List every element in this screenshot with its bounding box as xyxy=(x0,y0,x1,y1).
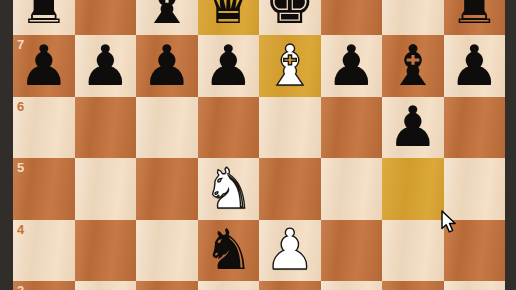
piece-black-queen[interactable]: ♛ xyxy=(198,0,260,35)
square-g3[interactable] xyxy=(382,281,444,290)
square-a7[interactable]: 7♟ xyxy=(13,35,75,97)
square-f3[interactable] xyxy=(321,281,383,290)
piece-black-rook[interactable]: ♜ xyxy=(444,0,506,35)
square-a5[interactable]: 5 xyxy=(13,158,75,220)
square-c3[interactable] xyxy=(136,281,198,290)
piece-black-rook[interactable]: ♜ xyxy=(13,0,75,35)
square-a6[interactable]: 6 xyxy=(13,97,75,159)
square-g6[interactable]: ♟ xyxy=(382,97,444,159)
square-e8[interactable]: ♚ xyxy=(259,0,321,35)
square-d8[interactable]: ♛ xyxy=(198,0,260,35)
square-b8[interactable] xyxy=(75,0,137,35)
rank-label-5: 5 xyxy=(17,160,24,175)
piece-black-knight[interactable]: ♞ xyxy=(198,220,260,282)
piece-black-pawn[interactable]: ♟ xyxy=(136,35,198,97)
square-g5[interactable] xyxy=(382,158,444,220)
square-f7[interactable]: ♟ xyxy=(321,35,383,97)
square-h7[interactable]: ♟ xyxy=(444,35,506,97)
square-f8[interactable] xyxy=(321,0,383,35)
piece-white-pawn[interactable]: ♟ xyxy=(259,220,321,282)
square-e6[interactable] xyxy=(259,97,321,159)
square-h4[interactable] xyxy=(444,220,506,282)
piece-black-pawn[interactable]: ♟ xyxy=(13,35,75,97)
piece-black-bishop[interactable]: ♝ xyxy=(136,0,198,35)
square-d4[interactable]: ♞ xyxy=(198,220,260,282)
square-g4[interactable] xyxy=(382,220,444,282)
square-c5[interactable] xyxy=(136,158,198,220)
piece-black-pawn[interactable]: ♟ xyxy=(198,35,260,97)
rank-label-6: 6 xyxy=(17,99,24,114)
square-d6[interactable] xyxy=(198,97,260,159)
rank-label-7: 7 xyxy=(17,37,24,52)
square-d7[interactable]: ♟ xyxy=(198,35,260,97)
square-b3[interactable] xyxy=(75,281,137,290)
square-e5[interactable] xyxy=(259,158,321,220)
square-f6[interactable] xyxy=(321,97,383,159)
square-a3[interactable]: 3 xyxy=(13,281,75,290)
square-c6[interactable] xyxy=(136,97,198,159)
square-a4[interactable]: 4 xyxy=(13,220,75,282)
square-d3[interactable] xyxy=(198,281,260,290)
square-e4[interactable]: ♟ xyxy=(259,220,321,282)
square-f4[interactable] xyxy=(321,220,383,282)
piece-black-pawn[interactable]: ♟ xyxy=(75,35,137,97)
square-h8[interactable]: ♜ xyxy=(444,0,506,35)
square-c7[interactable]: ♟ xyxy=(136,35,198,97)
square-e3[interactable] xyxy=(259,281,321,290)
square-g8[interactable] xyxy=(382,0,444,35)
chess-board[interactable]: ♜♝♛♚♜7♟♟♟♟♝♟♝♟6♟5♞4♞♟3 xyxy=(13,0,505,290)
square-e7[interactable]: ♝ xyxy=(259,35,321,97)
piece-white-knight[interactable]: ♞ xyxy=(198,158,260,220)
rank-label-4: 4 xyxy=(17,222,24,237)
square-g7[interactable]: ♝ xyxy=(382,35,444,97)
piece-black-pawn[interactable]: ♟ xyxy=(444,35,506,97)
square-a8[interactable]: ♜ xyxy=(13,0,75,35)
square-h6[interactable] xyxy=(444,97,506,159)
square-c4[interactable] xyxy=(136,220,198,282)
square-b4[interactable] xyxy=(75,220,137,282)
rank-label-3: 3 xyxy=(17,283,24,290)
board-viewport: ♜♝♛♚♜7♟♟♟♟♝♟♝♟6♟5♞4♞♟3 xyxy=(0,0,516,290)
piece-black-pawn[interactable]: ♟ xyxy=(382,97,444,159)
piece-black-bishop[interactable]: ♝ xyxy=(382,35,444,97)
square-b5[interactable] xyxy=(75,158,137,220)
square-f5[interactable] xyxy=(321,158,383,220)
square-d5[interactable]: ♞ xyxy=(198,158,260,220)
square-h5[interactable] xyxy=(444,158,506,220)
piece-black-pawn[interactable]: ♟ xyxy=(321,35,383,97)
piece-white-bishop[interactable]: ♝ xyxy=(259,35,321,97)
square-c8[interactable]: ♝ xyxy=(136,0,198,35)
piece-black-king[interactable]: ♚ xyxy=(259,0,321,35)
square-b6[interactable] xyxy=(75,97,137,159)
square-b7[interactable]: ♟ xyxy=(75,35,137,97)
square-h3[interactable] xyxy=(444,281,506,290)
